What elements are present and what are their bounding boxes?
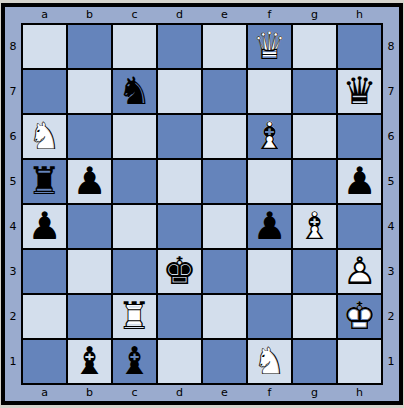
piece-outline-glyph: ♖ bbox=[113, 295, 156, 338]
rank-label-5: 5 bbox=[383, 160, 399, 203]
square-c4[interactable] bbox=[113, 205, 156, 248]
rank-label-8: 8 bbox=[5, 25, 21, 68]
rank-label-1: 1 bbox=[383, 340, 399, 383]
square-f1[interactable]: ♞♘ bbox=[248, 340, 291, 383]
file-labels-top: abcdefgh bbox=[21, 7, 383, 23]
file-label-h: h bbox=[338, 7, 381, 23]
square-g6[interactable] bbox=[293, 115, 336, 158]
file-label-e: e bbox=[203, 385, 246, 401]
square-h6[interactable] bbox=[338, 115, 381, 158]
square-e1[interactable] bbox=[203, 340, 246, 383]
rank-label-6: 6 bbox=[5, 115, 21, 158]
chessboard-with-coordinates: abcdefgh 87654321 ♛♕♞♛♞♘♝♗♜♟♟♟♟♝♗♚♟♙♜♖♚♔… bbox=[5, 7, 399, 401]
file-label-c: c bbox=[113, 385, 156, 401]
piece-outline-glyph: ♕ bbox=[248, 25, 291, 68]
square-c5[interactable] bbox=[113, 160, 156, 203]
black-king-piece: ♚ bbox=[158, 250, 201, 293]
square-h8[interactable] bbox=[338, 25, 381, 68]
piece-fill-glyph: ♝ bbox=[68, 340, 111, 383]
square-e3[interactable] bbox=[203, 250, 246, 293]
square-c6[interactable] bbox=[113, 115, 156, 158]
black-queen-piece: ♛ bbox=[338, 70, 381, 113]
square-a4[interactable]: ♟ bbox=[23, 205, 66, 248]
corner-top-left bbox=[5, 7, 21, 23]
rank-label-4: 4 bbox=[5, 205, 21, 248]
rank-label-3: 3 bbox=[383, 250, 399, 293]
square-g1[interactable] bbox=[293, 340, 336, 383]
square-a1[interactable] bbox=[23, 340, 66, 383]
square-b1[interactable]: ♝ bbox=[68, 340, 111, 383]
piece-outline-glyph: ♗ bbox=[248, 115, 291, 158]
black-pawn-piece: ♟ bbox=[68, 160, 111, 203]
square-d5[interactable] bbox=[158, 160, 201, 203]
file-label-b: b bbox=[68, 7, 111, 23]
square-b6[interactable] bbox=[68, 115, 111, 158]
piece-fill-glyph: ♟ bbox=[68, 160, 111, 203]
file-label-e: e bbox=[203, 7, 246, 23]
square-c8[interactable] bbox=[113, 25, 156, 68]
square-g5[interactable] bbox=[293, 160, 336, 203]
square-f7[interactable] bbox=[248, 70, 291, 113]
square-a2[interactable] bbox=[23, 295, 66, 338]
square-b3[interactable] bbox=[68, 250, 111, 293]
rank-labels-left: 87654321 bbox=[5, 23, 21, 385]
square-h7[interactable]: ♛ bbox=[338, 70, 381, 113]
piece-fill-glyph: ♛ bbox=[338, 70, 381, 113]
square-c1[interactable]: ♝ bbox=[113, 340, 156, 383]
file-label-g: g bbox=[293, 385, 336, 401]
rank-label-4: 4 bbox=[383, 205, 399, 248]
square-d2[interactable] bbox=[158, 295, 201, 338]
square-f2[interactable] bbox=[248, 295, 291, 338]
square-e2[interactable] bbox=[203, 295, 246, 338]
piece-outline-glyph: ♘ bbox=[23, 115, 66, 158]
file-label-a: a bbox=[23, 7, 66, 23]
square-a8[interactable] bbox=[23, 25, 66, 68]
square-g4[interactable]: ♝♗ bbox=[293, 205, 336, 248]
square-b5[interactable]: ♟ bbox=[68, 160, 111, 203]
square-d6[interactable] bbox=[158, 115, 201, 158]
square-g8[interactable] bbox=[293, 25, 336, 68]
white-pawn-piece: ♟♙ bbox=[338, 250, 381, 293]
file-label-c: c bbox=[113, 7, 156, 23]
square-b2[interactable] bbox=[68, 295, 111, 338]
rank-label-5: 5 bbox=[5, 160, 21, 203]
corner-top-right bbox=[383, 7, 399, 23]
square-a5[interactable]: ♜ bbox=[23, 160, 66, 203]
rank-label-2: 2 bbox=[383, 295, 399, 338]
piece-fill-glyph: ♟ bbox=[338, 160, 381, 203]
square-g2[interactable] bbox=[293, 295, 336, 338]
square-b8[interactable] bbox=[68, 25, 111, 68]
white-knight-piece: ♞♘ bbox=[23, 115, 66, 158]
square-h3[interactable]: ♟♙ bbox=[338, 250, 381, 293]
rank-label-8: 8 bbox=[383, 25, 399, 68]
square-e4[interactable] bbox=[203, 205, 246, 248]
chessboard-frame: abcdefgh 87654321 ♛♕♞♛♞♘♝♗♜♟♟♟♟♝♗♚♟♙♜♖♚♔… bbox=[1, 3, 403, 405]
piece-fill-glyph: ♟ bbox=[23, 205, 66, 248]
rank-label-1: 1 bbox=[5, 340, 21, 383]
file-label-d: d bbox=[158, 385, 201, 401]
rank-label-6: 6 bbox=[383, 115, 399, 158]
square-d3[interactable]: ♚ bbox=[158, 250, 201, 293]
piece-fill-glyph: ♜ bbox=[23, 160, 66, 203]
black-pawn-piece: ♟ bbox=[248, 205, 291, 248]
square-h5[interactable]: ♟ bbox=[338, 160, 381, 203]
square-f4[interactable]: ♟ bbox=[248, 205, 291, 248]
rank-label-2: 2 bbox=[5, 295, 21, 338]
piece-fill-glyph: ♞ bbox=[113, 70, 156, 113]
file-labels-bottom: abcdefgh bbox=[21, 385, 383, 401]
square-b4[interactable] bbox=[68, 205, 111, 248]
corner-bottom-right bbox=[383, 385, 399, 401]
white-queen-piece: ♛♕ bbox=[248, 25, 291, 68]
black-knight-piece: ♞ bbox=[113, 70, 156, 113]
piece-outline-glyph: ♙ bbox=[338, 250, 381, 293]
square-h1[interactable] bbox=[338, 340, 381, 383]
square-g7[interactable] bbox=[293, 70, 336, 113]
black-pawn-piece: ♟ bbox=[338, 160, 381, 203]
piece-fill-glyph: ♟ bbox=[248, 205, 291, 248]
rank-label-7: 7 bbox=[383, 70, 399, 113]
white-bishop-piece: ♝♗ bbox=[248, 115, 291, 158]
piece-outline-glyph: ♔ bbox=[338, 295, 381, 338]
page-background: abcdefgh 87654321 ♛♕♞♛♞♘♝♗♜♟♟♟♟♝♗♚♟♙♜♖♚♔… bbox=[0, 0, 404, 408]
file-label-f: f bbox=[248, 7, 291, 23]
square-c3[interactable] bbox=[113, 250, 156, 293]
piece-fill-glyph: ♝ bbox=[113, 340, 156, 383]
square-d8[interactable] bbox=[158, 25, 201, 68]
square-b7[interactable] bbox=[68, 70, 111, 113]
white-king-piece: ♚♔ bbox=[338, 295, 381, 338]
file-label-b: b bbox=[68, 385, 111, 401]
square-h4[interactable] bbox=[338, 205, 381, 248]
file-label-d: d bbox=[158, 7, 201, 23]
square-c7[interactable]: ♞ bbox=[113, 70, 156, 113]
file-label-f: f bbox=[248, 385, 291, 401]
square-e8[interactable] bbox=[203, 25, 246, 68]
black-pawn-piece: ♟ bbox=[23, 205, 66, 248]
white-knight-piece: ♞♘ bbox=[248, 340, 291, 383]
white-bishop-piece: ♝♗ bbox=[293, 205, 336, 248]
square-f5[interactable] bbox=[248, 160, 291, 203]
square-d7[interactable] bbox=[158, 70, 201, 113]
piece-outline-glyph: ♘ bbox=[248, 340, 291, 383]
square-d4[interactable] bbox=[158, 205, 201, 248]
square-e5[interactable] bbox=[203, 160, 246, 203]
square-g3[interactable] bbox=[293, 250, 336, 293]
square-a7[interactable] bbox=[23, 70, 66, 113]
square-a6[interactable]: ♞♘ bbox=[23, 115, 66, 158]
corner-bottom-left bbox=[5, 385, 21, 401]
square-h2[interactable]: ♚♔ bbox=[338, 295, 381, 338]
square-d1[interactable] bbox=[158, 340, 201, 383]
piece-outline-glyph: ♗ bbox=[293, 205, 336, 248]
square-c2[interactable]: ♜♖ bbox=[113, 295, 156, 338]
file-label-h: h bbox=[338, 385, 381, 401]
square-e7[interactable] bbox=[203, 70, 246, 113]
square-f6[interactable]: ♝♗ bbox=[248, 115, 291, 158]
rank-labels-right: 87654321 bbox=[383, 23, 399, 385]
square-f8[interactable]: ♛♕ bbox=[248, 25, 291, 68]
square-f3[interactable] bbox=[248, 250, 291, 293]
rank-label-3: 3 bbox=[5, 250, 21, 293]
square-a3[interactable] bbox=[23, 250, 66, 293]
black-bishop-piece: ♝ bbox=[113, 340, 156, 383]
black-bishop-piece: ♝ bbox=[68, 340, 111, 383]
piece-fill-glyph: ♚ bbox=[158, 250, 201, 293]
file-label-g: g bbox=[293, 7, 336, 23]
square-e6[interactable] bbox=[203, 115, 246, 158]
white-rook-piece: ♜♖ bbox=[113, 295, 156, 338]
black-rook-piece: ♜ bbox=[23, 160, 66, 203]
chessboard: ♛♕♞♛♞♘♝♗♜♟♟♟♟♝♗♚♟♙♜♖♚♔♝♝♞♘ bbox=[21, 23, 383, 385]
rank-label-7: 7 bbox=[5, 70, 21, 113]
file-label-a: a bbox=[23, 385, 66, 401]
